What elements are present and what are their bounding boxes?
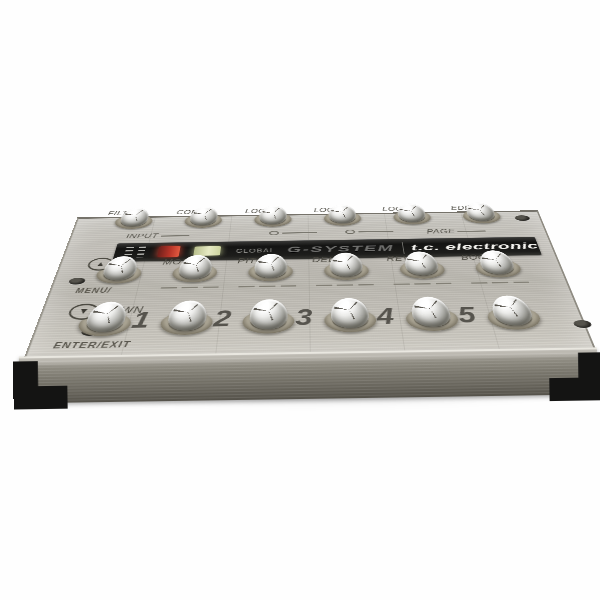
wing-cap-icon (262, 207, 285, 219)
pedal-top-panel: INPUT PAGE GLOBAL G-SYSTEM t.c. electron… (23, 210, 597, 360)
right-foot-bracket (549, 352, 600, 401)
wing-cap-icon (330, 206, 353, 218)
footswitch-reverb[interactable]: REVERB (396, 253, 449, 279)
switch-chrome-cap (249, 299, 288, 330)
page-label: PAGE (426, 227, 487, 235)
wing-cap-icon (399, 205, 424, 217)
footswitch-delay[interactable]: DELAY (322, 254, 372, 280)
product-photo: INPUT PAGE GLOBAL G-SYSTEM t.c. electron… (0, 0, 600, 600)
fine-print (345, 230, 393, 233)
footswitch-edit[interactable]: EDIT (458, 204, 504, 224)
wing-cap-icon (492, 298, 529, 317)
switch-sublabel: MENU/ (74, 286, 112, 294)
footswitch-preset-2[interactable]: 2 (239, 301, 296, 334)
fine-print (316, 284, 379, 286)
wing-cap-icon (89, 304, 126, 323)
switch-chrome-cap (259, 206, 287, 225)
fine-print (269, 231, 317, 234)
global-label: GLOBAL (236, 247, 276, 254)
switch-sublabel: ENTER/EXIT (52, 339, 132, 350)
footswitch-loop[interactable]: LOOP ② (322, 206, 363, 226)
wing-cap-icon (171, 303, 206, 322)
switch-chrome-cap (329, 252, 363, 276)
wing-cap-icon (467, 204, 493, 216)
tc-electronic-logo: t.c. electronic (410, 241, 540, 253)
footswitch-filter[interactable]: FILTER (112, 209, 157, 229)
preset-number: 3 (295, 304, 312, 331)
logo-divider (402, 242, 405, 254)
preset-led-display (157, 246, 180, 257)
switch-chrome-cap (254, 254, 287, 278)
screw-icon (514, 215, 531, 221)
fine-print (161, 286, 224, 288)
footswitch-preset-4[interactable]: 4 (401, 299, 463, 332)
footswitch-down[interactable]: ▼DOWNENTER/EXIT (73, 304, 138, 337)
front-apron (19, 347, 598, 403)
switch-row-top: FILTERCOMPLOOP ①LOOP ②LOOP ③EDIT (78, 212, 536, 219)
wing-cap-icon (333, 301, 366, 320)
wing-cap-icon (413, 299, 448, 318)
footswitch-boost[interactable]: BOOST (470, 252, 526, 278)
screw-icon (572, 320, 593, 328)
footswitch-preset-5[interactable]: 5 (480, 297, 546, 330)
wing-cap-icon (406, 254, 436, 269)
wing-cap-icon (257, 256, 285, 271)
screw-icon (68, 278, 86, 285)
switch-chrome-cap (330, 298, 370, 329)
footswitch-pitch[interactable]: PITCH (246, 255, 295, 281)
wing-cap-icon (105, 258, 136, 273)
fine-print (238, 285, 301, 287)
wing-cap-icon (181, 257, 210, 272)
fine-print (471, 281, 534, 283)
preset-number: 4 (375, 303, 396, 330)
footswitch-mod[interactable]: MOD (169, 257, 221, 283)
wing-cap-icon (192, 208, 216, 220)
footswitch-up[interactable]: ▲UPMENU/ (92, 258, 147, 284)
wing-cap-icon (332, 255, 360, 270)
wing-cap-icon (253, 302, 285, 321)
left-foot-bracket (13, 361, 68, 410)
fine-print (394, 283, 457, 285)
footswitch-preset-1[interactable]: 1 (156, 302, 217, 335)
wing-cap-icon (123, 209, 149, 221)
input-label: INPUT (125, 231, 189, 239)
footswitch-comp[interactable]: COMP (182, 208, 225, 228)
menu-fine-print (136, 246, 146, 257)
footswitch-preset-3[interactable]: 3 (322, 300, 380, 333)
preset-number: 2 (212, 305, 232, 332)
footswitch-loop[interactable]: LOOP ③ (390, 205, 433, 225)
footswitch-loop[interactable]: LOOP ① (252, 207, 293, 227)
wing-cap-icon (480, 252, 512, 267)
